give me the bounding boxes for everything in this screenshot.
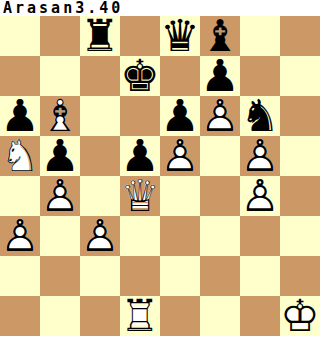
square-b1[interactable] [40,296,80,336]
square-e8[interactable]: ♛ [160,16,200,56]
black-king: ♚ [120,56,160,96]
square-b8[interactable] [40,16,80,56]
square-g4[interactable]: ♟♙ [240,176,280,216]
square-d1[interactable]: ♜♖ [120,296,160,336]
square-f4[interactable] [200,176,240,216]
square-d7[interactable]: ♚ [120,56,160,96]
square-a1[interactable] [0,296,40,336]
white-knight: ♞♘ [0,136,40,176]
status-bar: 1... ? [0,336,320,360]
square-g2[interactable] [240,256,280,296]
square-a5[interactable]: ♞♘ [0,136,40,176]
square-c2[interactable] [80,256,120,296]
square-d4[interactable]: ♛♕ [120,176,160,216]
square-e2[interactable] [160,256,200,296]
square-e5[interactable]: ♟♙ [160,136,200,176]
square-h1[interactable]: ♚♔ [280,296,320,336]
white-pawn: ♟♙ [0,216,40,256]
black-queen: ♛ [160,16,200,56]
square-h6[interactable] [280,96,320,136]
square-b4[interactable]: ♟♙ [40,176,80,216]
square-c1[interactable] [80,296,120,336]
square-h3[interactable] [280,216,320,256]
square-c3[interactable]: ♟♙ [80,216,120,256]
white-pawn: ♟♙ [160,136,200,176]
arasan-window: Arasan3.40 ♜♛♝♚♟♟♝♗♟♟♙♞♞♘♟♟♟♙♟♙♟♙♛♕♟♙♟♙♟… [0,0,320,360]
square-f6[interactable]: ♟♙ [200,96,240,136]
white-rook: ♜♖ [120,296,160,336]
square-c6[interactable] [80,96,120,136]
square-g8[interactable] [240,16,280,56]
square-c8[interactable]: ♜ [80,16,120,56]
square-a2[interactable] [0,256,40,296]
square-f3[interactable] [200,216,240,256]
white-pawn: ♟♙ [80,216,120,256]
square-e1[interactable] [160,296,200,336]
white-queen: ♛♕ [120,176,160,216]
square-f2[interactable] [200,256,240,296]
square-h7[interactable] [280,56,320,96]
black-rook: ♜ [80,16,120,56]
white-pawn: ♟♙ [40,176,80,216]
square-e3[interactable] [160,216,200,256]
square-d3[interactable] [120,216,160,256]
square-g3[interactable] [240,216,280,256]
white-pawn: ♟♙ [200,96,240,136]
square-h4[interactable] [280,176,320,216]
white-king: ♚♔ [280,296,320,336]
square-a8[interactable] [0,16,40,56]
square-a3[interactable]: ♟♙ [0,216,40,256]
square-f1[interactable] [200,296,240,336]
square-c5[interactable] [80,136,120,176]
square-f5[interactable] [200,136,240,176]
square-g1[interactable] [240,296,280,336]
square-e4[interactable] [160,176,200,216]
square-b3[interactable] [40,216,80,256]
square-h8[interactable] [280,16,320,56]
chess-board: ♜♛♝♚♟♟♝♗♟♟♙♞♞♘♟♟♟♙♟♙♟♙♛♕♟♙♟♙♟♙♜♖♚♔ [0,16,320,336]
white-pawn: ♟♙ [240,176,280,216]
square-b2[interactable] [40,256,80,296]
square-c7[interactable] [80,56,120,96]
square-h5[interactable] [280,136,320,176]
